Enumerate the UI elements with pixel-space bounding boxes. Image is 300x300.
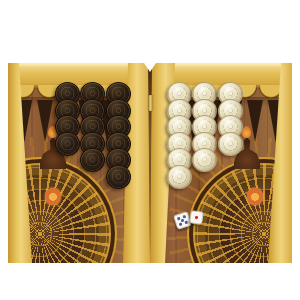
hinge-pin <box>148 95 153 111</box>
die-pip <box>183 215 186 218</box>
checker-black[interactable] <box>55 132 80 156</box>
die-pip <box>177 217 180 220</box>
checker-white[interactable] <box>218 132 243 156</box>
checker-white[interactable] <box>192 148 217 172</box>
checker-black[interactable] <box>106 165 131 189</box>
backgammon-board <box>8 63 292 263</box>
die-pip <box>179 223 182 226</box>
backgammon-photo-stage <box>0 0 300 300</box>
ornament-flower-left <box>45 187 61 205</box>
die-2-value-1[interactable] <box>189 210 204 225</box>
ornament-flower-right <box>247 187 263 205</box>
checker-white[interactable] <box>167 165 192 189</box>
die-pip <box>195 216 197 218</box>
die-pip <box>185 221 188 224</box>
checker-black[interactable] <box>80 148 105 172</box>
die-pip <box>181 219 184 222</box>
